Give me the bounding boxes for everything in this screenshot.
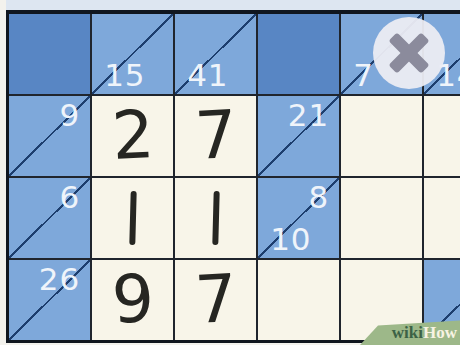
kakuro-cell-r0c3-block: [258, 14, 339, 94]
top-margin: [0, 0, 460, 10]
across-clue: 21: [288, 100, 329, 131]
down-clue: 41: [187, 60, 228, 91]
entry-digit: 9: [110, 266, 155, 334]
kakuro-cell-r2c3-clue: 108: [258, 178, 339, 258]
kakuro-cell-r3c3-entry[interactable]: [258, 260, 339, 340]
kakuro-cell-r2c4-entry[interactable]: [341, 178, 422, 258]
kakuro-cell-r2c2-entry[interactable]: [175, 178, 256, 258]
kakuro-cell-r1c5-entry[interactable]: [424, 96, 460, 176]
kakuro-cell-r3c0-clue: 26: [9, 260, 90, 340]
kakuro-cell-r3c1-entry[interactable]: 9: [92, 260, 173, 340]
kakuro-cell-r1c2-entry[interactable]: 7: [175, 96, 256, 176]
across-clue: 9: [60, 100, 81, 131]
kakuro-cell-r0c0-block: [9, 14, 90, 94]
across-clue: 8: [309, 182, 330, 213]
watermark-how-text: How: [423, 324, 457, 343]
kakuro-cell-r2c0-clue: 6: [9, 178, 90, 258]
entry-digit-1: [212, 191, 219, 245]
watermark-wiki-text: wiki: [392, 324, 423, 343]
entry-digit: 7: [193, 102, 238, 170]
kakuro-screenshot: 15417149272161082697 wikiHow: [0, 0, 460, 345]
kakuro-cell-r1c1-entry[interactable]: 2: [92, 96, 173, 176]
entry-digit: 7: [193, 266, 238, 334]
kakuro-cell-r0c1-clue: 15: [92, 14, 173, 94]
kakuro-cell-r1c4-entry[interactable]: [341, 96, 422, 176]
kakuro-cell-r0c2-clue: 41: [175, 14, 256, 94]
entry-digit: 2: [110, 102, 155, 170]
kakuro-cell-r3c2-entry[interactable]: 7: [175, 260, 256, 340]
kakuro-cell-r1c0-clue: 9: [9, 96, 90, 176]
kakuro-cell-r2c1-entry[interactable]: [92, 178, 173, 258]
across-clue: 26: [39, 264, 80, 295]
down-clue: 15: [104, 60, 145, 91]
entry-digit-1: [129, 191, 136, 245]
down-clue: 7: [353, 60, 374, 91]
across-clue: 6: [60, 182, 81, 213]
kakuro-cell-r2c5-entry[interactable]: [424, 178, 460, 258]
down-clue: 10: [270, 224, 311, 255]
kakuro-cell-r1c3-clue: 21: [258, 96, 339, 176]
close-icon[interactable]: [373, 17, 445, 89]
